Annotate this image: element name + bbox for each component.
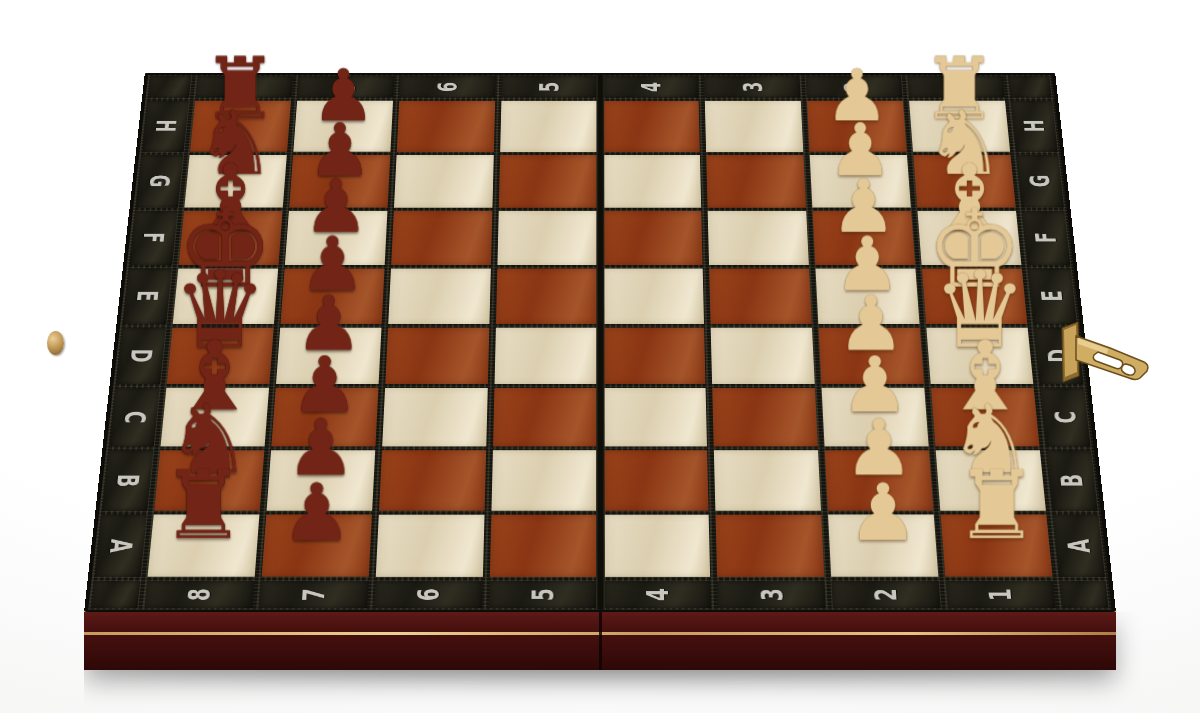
square-h3[interactable] xyxy=(705,101,803,152)
square-a2[interactable]: ♟ xyxy=(828,515,938,577)
frame-corner xyxy=(91,581,140,608)
file-label: A xyxy=(1063,539,1095,553)
square-h4[interactable] xyxy=(603,101,700,152)
coord-bottom-rank-3: 3 xyxy=(718,581,826,608)
file-label: E xyxy=(1037,290,1067,301)
file-label: C xyxy=(1050,411,1081,423)
coord-bottom-rank-7: 7 xyxy=(259,581,368,608)
square-c6[interactable] xyxy=(382,388,487,447)
coord-right-file-F: F xyxy=(1022,211,1070,265)
coord-top-rank-6: 6 xyxy=(399,76,495,97)
square-f5[interactable] xyxy=(497,211,597,265)
square-c4[interactable] xyxy=(603,388,707,447)
coord-bottom-rank-1: 1 xyxy=(946,581,1056,608)
coord-right-file-E: E xyxy=(1028,268,1077,323)
rank-label: 5 xyxy=(535,82,563,92)
coord-left-file-H: H xyxy=(142,101,189,152)
frame-corner xyxy=(148,76,191,97)
square-g5[interactable] xyxy=(498,155,596,207)
brass-clasp-icon xyxy=(1058,318,1153,394)
coord-bottom-rank-5: 5 xyxy=(489,581,597,608)
square-b4[interactable] xyxy=(603,450,709,510)
rank-label: 4 xyxy=(642,588,673,601)
square-c5[interactable] xyxy=(493,388,597,447)
coord-left-file-B: B xyxy=(102,450,153,510)
square-e4[interactable] xyxy=(603,268,704,323)
square-f4[interactable] xyxy=(603,211,703,265)
square-f6[interactable] xyxy=(391,211,492,265)
coord-right-file-B: B xyxy=(1047,450,1098,510)
square-d4[interactable] xyxy=(603,327,706,384)
square-g4[interactable] xyxy=(603,155,701,207)
file-label: G xyxy=(1026,175,1055,187)
coord-left-file-D: D xyxy=(116,327,165,384)
file-label: C xyxy=(119,411,150,423)
square-f3[interactable] xyxy=(708,211,809,265)
square-a3[interactable] xyxy=(716,515,825,577)
square-h6[interactable] xyxy=(397,101,495,152)
brass-clasp xyxy=(1058,318,1153,394)
file-label: D xyxy=(126,349,157,363)
rank-label: 6 xyxy=(434,82,462,92)
frame-corner xyxy=(1060,581,1109,608)
brass-catch-pin xyxy=(47,331,64,355)
square-a6[interactable] xyxy=(375,515,484,577)
rank-label: 3 xyxy=(756,588,787,601)
rank-label: 8 xyxy=(183,588,215,601)
square-e5[interactable] xyxy=(496,268,597,323)
file-label: E xyxy=(133,290,163,301)
rank-label: 3 xyxy=(739,82,767,92)
square-a1[interactable]: ♜ xyxy=(941,515,1053,577)
rank-label: 5 xyxy=(527,588,558,601)
square-a7[interactable]: ♟ xyxy=(262,515,372,577)
base-fold-seam xyxy=(599,612,602,670)
square-c3[interactable] xyxy=(713,388,818,447)
square-a8[interactable]: ♜ xyxy=(148,515,260,577)
white-rook-a1[interactable]: ♜ xyxy=(943,461,1049,551)
coord-top-rank-3: 3 xyxy=(704,76,800,97)
square-b5[interactable] xyxy=(491,450,597,510)
rank-label: 1 xyxy=(985,588,1017,601)
rank-label: 2 xyxy=(870,588,902,601)
rank-label: 6 xyxy=(413,588,444,601)
square-d3[interactable] xyxy=(711,327,815,384)
file-label: H xyxy=(151,120,180,132)
coord-right-file-C: C xyxy=(1040,388,1090,447)
coord-top-rank-4: 4 xyxy=(603,76,699,97)
chess-board-box: 87654321H♜♟♟♜HG♞♟♟♞GF♝♟♟♝FE♚♟♟♚ED♛♟♟♛DC♝… xyxy=(84,73,1116,612)
box-front-side xyxy=(84,612,1116,670)
coord-left-file-A: A xyxy=(95,515,147,577)
rank-label: 7 xyxy=(298,588,330,601)
coord-left-file-E: E xyxy=(123,268,172,323)
square-h5[interactable] xyxy=(500,101,597,152)
file-label: H xyxy=(1020,120,1049,132)
white-pawn-a2[interactable]: ♟ xyxy=(830,475,936,550)
square-b3[interactable] xyxy=(714,450,821,510)
square-d6[interactable] xyxy=(385,327,489,384)
file-label: B xyxy=(112,474,144,487)
file-label: F xyxy=(1031,232,1061,243)
coord-bottom-rank-2: 2 xyxy=(832,581,941,608)
square-g3[interactable] xyxy=(707,155,807,207)
square-e3[interactable] xyxy=(709,268,812,323)
file-label: F xyxy=(139,232,169,243)
coord-right-file-A: A xyxy=(1053,515,1105,577)
black-pawn-a7[interactable]: ♟ xyxy=(263,475,369,550)
coord-bottom-rank-4: 4 xyxy=(603,581,711,608)
square-a5[interactable] xyxy=(489,515,596,577)
coord-left-file-C: C xyxy=(109,388,159,447)
black-rook-a8[interactable]: ♜ xyxy=(150,461,256,551)
square-e6[interactable] xyxy=(388,268,491,323)
square-a4[interactable] xyxy=(603,515,710,577)
file-label: A xyxy=(105,539,137,553)
file-label: G xyxy=(145,175,174,187)
square-g6[interactable] xyxy=(394,155,494,207)
square-b6[interactable] xyxy=(379,450,486,510)
coord-top-rank-5: 5 xyxy=(501,76,597,97)
photo-scene: 87654321H♜♟♟♜HG♞♟♟♞GF♝♟♟♝FE♚♟♟♚ED♛♟♟♛DC♝… xyxy=(0,0,1200,713)
square-d5[interactable] xyxy=(494,327,597,384)
coord-right-file-H: H xyxy=(1011,101,1058,152)
file-label: B xyxy=(1056,474,1088,487)
coord-bottom-rank-8: 8 xyxy=(144,581,254,608)
coord-bottom-rank-6: 6 xyxy=(374,581,482,608)
rank-label: 4 xyxy=(637,82,665,92)
frame-corner xyxy=(1009,76,1052,97)
coord-left-file-F: F xyxy=(130,211,178,265)
